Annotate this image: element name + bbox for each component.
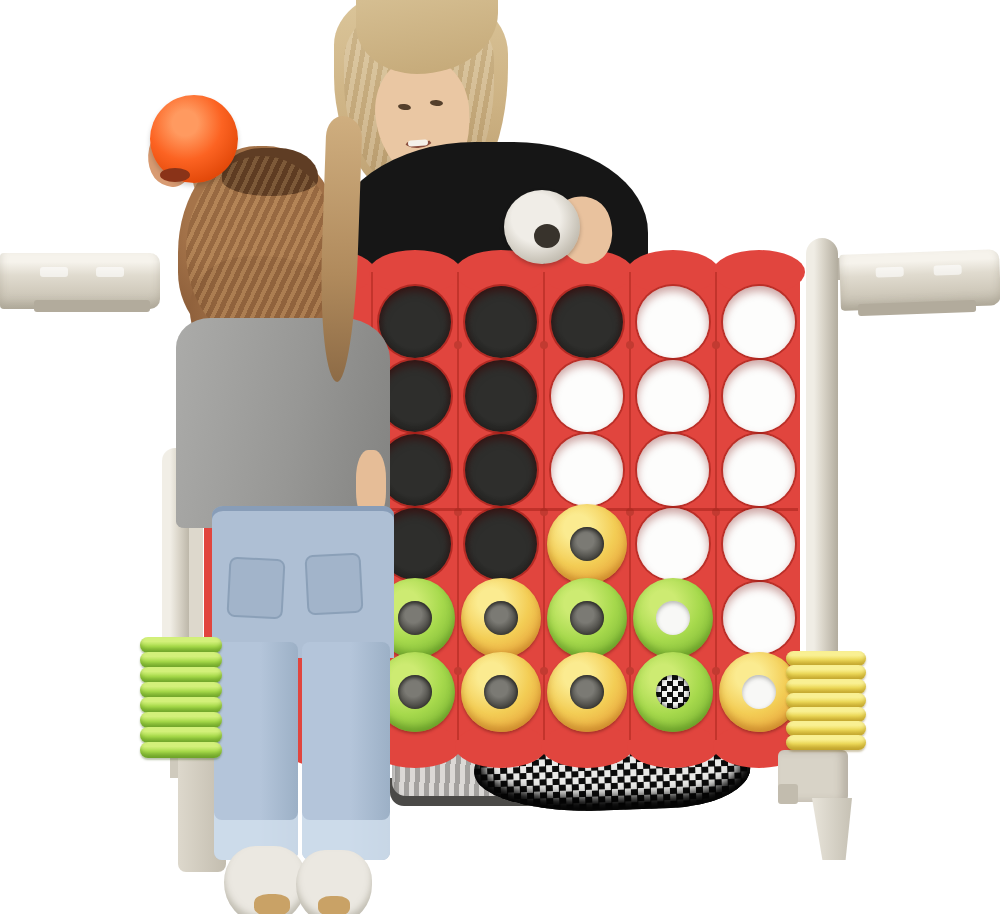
ring-center	[398, 675, 432, 709]
yellow-ring-piece	[461, 578, 541, 658]
cell-r1c7	[716, 285, 802, 359]
gray-ring-piece	[504, 190, 580, 264]
stacked-ring	[140, 652, 222, 668]
ring-center	[398, 601, 432, 635]
board-hole	[723, 286, 795, 358]
stacked-ring	[140, 742, 222, 758]
cell-r1c4	[458, 285, 544, 359]
stacked-ring	[786, 679, 866, 694]
cell-r6c5	[544, 655, 630, 729]
cell-r6c4	[458, 655, 544, 729]
green-ring-piece	[633, 652, 713, 732]
board-hole	[551, 656, 623, 728]
cell-r3c7	[716, 433, 802, 507]
cell-r5c5	[544, 581, 630, 655]
board-hole	[637, 656, 709, 728]
tray-slot	[934, 265, 962, 276]
stacked-ring	[140, 697, 222, 713]
board-hole	[637, 582, 709, 654]
board-hole	[379, 286, 451, 358]
yellow-ring-piece	[547, 504, 627, 584]
stacked-ring	[786, 651, 866, 666]
tray-slot	[40, 267, 68, 277]
stacked-ring	[140, 637, 222, 653]
board-hole	[551, 582, 623, 654]
shoe-heel-tab-right	[318, 896, 350, 914]
green-ring-piece	[547, 578, 627, 658]
green-ring-stack	[140, 638, 222, 758]
cell-r1c6	[630, 285, 716, 359]
board-hole	[551, 434, 623, 506]
stacked-ring	[140, 667, 222, 683]
ring-center	[570, 601, 604, 635]
child-jeans-right-leg	[302, 642, 390, 860]
cell-r3c5	[544, 433, 630, 507]
ring-center	[656, 601, 690, 635]
child-fingers-on-ball	[160, 168, 190, 182]
child-jeans-left-leg	[214, 642, 298, 860]
cell-r4c5	[544, 507, 630, 581]
board-hole	[723, 656, 795, 728]
board-hole	[551, 508, 623, 580]
green-ring-piece	[633, 578, 713, 658]
board-hole	[465, 434, 537, 506]
board-hole	[465, 508, 537, 580]
board-hole	[637, 434, 709, 506]
cell-r2c7	[716, 359, 802, 433]
stacked-ring	[786, 665, 866, 680]
board-hole	[637, 360, 709, 432]
stacked-ring	[786, 707, 866, 722]
stacked-ring	[786, 721, 866, 736]
right-post-leg	[812, 798, 852, 860]
stacked-ring	[140, 727, 222, 743]
cell-r2c6	[630, 359, 716, 433]
board-hole	[637, 286, 709, 358]
board-hole	[465, 656, 537, 728]
gray-ring-hole	[534, 224, 560, 248]
cell-r3c4	[458, 433, 544, 507]
ring-center	[484, 675, 518, 709]
stacked-ring	[140, 712, 222, 728]
cell-r2c5	[544, 359, 630, 433]
board-hole	[465, 286, 537, 358]
board-hole	[723, 434, 795, 506]
cell-r6c6	[630, 655, 716, 729]
yellow-ring-piece	[461, 652, 541, 732]
cell-r4c6	[630, 507, 716, 581]
right-post-foot	[778, 784, 798, 804]
stacked-ring	[786, 693, 866, 708]
cell-r1c5	[544, 285, 630, 359]
yellow-ring-piece	[547, 652, 627, 732]
board-hole	[723, 508, 795, 580]
board-hole	[723, 582, 795, 654]
cell-r5c4	[458, 581, 544, 655]
jeans-pocket-left	[226, 557, 285, 620]
cell-r4c4	[458, 507, 544, 581]
ring-center	[742, 675, 776, 709]
tray-slot	[96, 267, 124, 277]
tray-slot	[876, 267, 904, 278]
ring-center	[570, 675, 604, 709]
cell-r5c6	[630, 581, 716, 655]
stacked-ring	[786, 735, 866, 750]
yellow-ring-stack	[786, 652, 866, 750]
board-hole	[551, 360, 623, 432]
left-tray-lip	[34, 300, 150, 312]
stacked-ring	[140, 682, 222, 698]
ring-center	[656, 675, 690, 709]
board-hole	[465, 360, 537, 432]
ring-center	[570, 527, 604, 561]
cell-r5c7	[716, 581, 802, 655]
cell-r2c4	[458, 359, 544, 433]
photo-stage	[0, 0, 1000, 914]
ring-center	[484, 601, 518, 635]
shoe-heel-tab-left	[254, 894, 290, 914]
board-hole	[551, 286, 623, 358]
cell-r3c6	[630, 433, 716, 507]
board-hole	[723, 360, 795, 432]
board-hole	[637, 508, 709, 580]
jeans-pocket-right	[304, 553, 363, 616]
board-hole	[465, 582, 537, 654]
cell-r4c7	[716, 507, 802, 581]
